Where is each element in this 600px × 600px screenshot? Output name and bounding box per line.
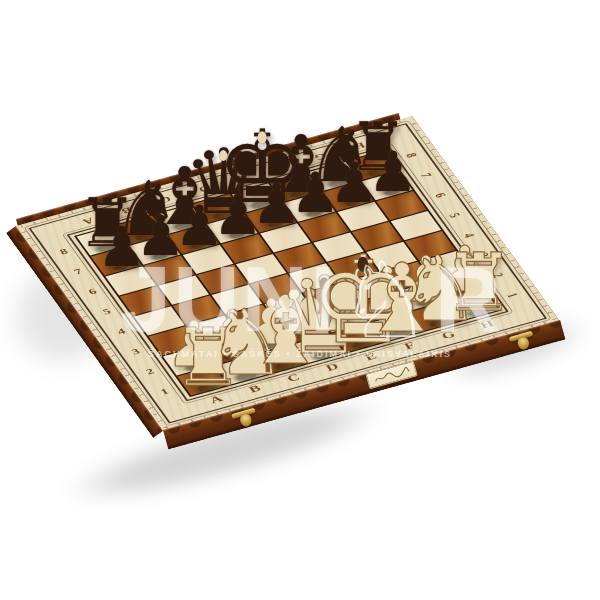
chess-board: AABBCCDDEEFFGGHH8877665544332211 ♜♞♝♛♚♝♞…: [16, 116, 559, 431]
brass-clasp-icon: [231, 408, 255, 419]
brass-clasp-icon: [509, 331, 533, 342]
product-photo-stage: AABBCCDDEEFFGGHH8877665544332211 ♜♞♝♛♚♝♞…: [0, 0, 600, 600]
